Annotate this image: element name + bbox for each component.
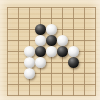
white-stone (68, 46, 79, 57)
white-stone (35, 35, 46, 46)
black-stone (35, 46, 46, 57)
white-stone (46, 24, 57, 35)
black-stone (68, 57, 79, 68)
white-stone (24, 46, 35, 57)
white-stone (46, 46, 57, 57)
go-board[interactable] (0, 0, 100, 100)
black-stone (57, 46, 68, 57)
white-stone (24, 57, 35, 68)
black-stone (35, 24, 46, 35)
white-stone (35, 57, 46, 68)
white-stone (24, 68, 35, 79)
black-stone (46, 35, 57, 46)
white-stone (57, 35, 68, 46)
stones-layer (0, 0, 100, 100)
